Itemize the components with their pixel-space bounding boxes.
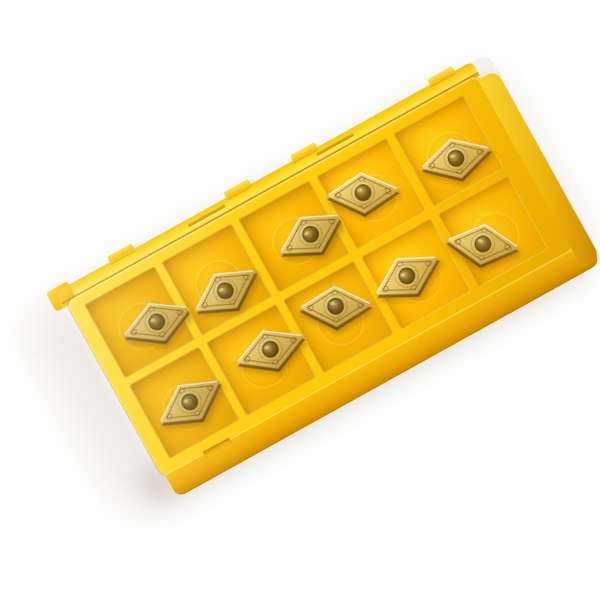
carbide-insert-front-1 (145, 360, 235, 444)
insert-storage-box (66, 75, 574, 478)
carbide-insert-back-5 (413, 124, 500, 192)
carbide-insert-front-5 (442, 216, 523, 273)
lid-clip-tab (107, 243, 135, 264)
lid-clip-tab (290, 142, 318, 163)
carbide-insert-graphic (297, 280, 375, 333)
carbide-insert-graphic (413, 124, 500, 192)
carbide-insert-back-4 (323, 165, 403, 220)
carbide-insert-graphic (442, 216, 523, 273)
carbide-insert-graphic (323, 165, 403, 220)
lid-clip-tab (427, 66, 455, 87)
carbide-insert-graphic (145, 360, 235, 444)
carbide-insert-front-3 (297, 280, 375, 333)
lid-clip-tab (223, 179, 251, 200)
product-photo-scene (0, 0, 600, 600)
